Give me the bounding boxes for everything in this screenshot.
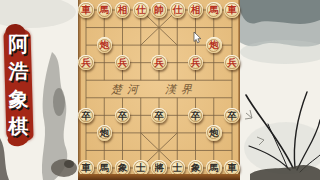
thumbnail-canvas: 阿 浩 象 棋 楚河 漢界 車馬相仕帥仕相馬車炮炮兵兵兵兵兵卒卒卒卒卒炮炮車馬象… xyxy=(0,0,320,180)
piece-character: 炮 xyxy=(209,128,219,138)
piece-character: 炮 xyxy=(209,41,219,51)
ink-mountain-ridge xyxy=(239,0,320,24)
piece-red-soldier[interactable]: 兵 xyxy=(151,55,167,71)
piece-character: 兵 xyxy=(118,58,128,67)
piece-character: 車 xyxy=(81,163,91,173)
piece-character: 仕 xyxy=(136,5,146,15)
piece-character: 象 xyxy=(118,163,128,173)
ink-ox-figure xyxy=(51,159,77,177)
pieces-layer: 車馬相仕帥仕相馬車炮炮兵兵兵兵兵卒卒卒卒卒炮炮車馬象士將士象馬車 xyxy=(78,0,240,180)
piece-red-advisor[interactable]: 仕 xyxy=(133,2,149,18)
piece-character: 馬 xyxy=(100,5,110,15)
piece-character: 相 xyxy=(118,5,128,15)
piece-character: 仕 xyxy=(173,5,183,15)
channel-banner: 阿 浩 象 棋 xyxy=(5,28,32,142)
piece-red-cannon[interactable]: 炮 xyxy=(97,37,113,53)
piece-black-soldier[interactable]: 卒 xyxy=(188,108,204,124)
piece-black-cannon[interactable]: 炮 xyxy=(97,125,113,141)
piece-black-cannon[interactable]: 炮 xyxy=(206,125,222,141)
piece-character: 卒 xyxy=(154,111,164,121)
piece-red-horse[interactable]: 馬 xyxy=(97,2,113,18)
piece-character: 兵 xyxy=(81,58,91,67)
ink-bottom-left-smudge xyxy=(0,138,9,180)
piece-character: 馬 xyxy=(209,163,219,173)
banner-char-2: 浩 xyxy=(9,61,29,81)
board-edge-bottom xyxy=(78,174,240,180)
piece-character: 將 xyxy=(154,163,164,173)
piece-black-soldier[interactable]: 卒 xyxy=(115,108,131,124)
piece-red-soldier[interactable]: 兵 xyxy=(78,55,94,71)
piece-black-soldier[interactable]: 卒 xyxy=(224,108,240,124)
banner-char-1: 阿 xyxy=(9,34,29,54)
piece-red-cannon[interactable]: 炮 xyxy=(206,37,222,53)
board-edge-left xyxy=(78,0,81,180)
xiangqi-board[interactable]: 楚河 漢界 車馬相仕帥仕相馬車炮炮兵兵兵兵兵卒卒卒卒卒炮炮車馬象士將士象馬車 xyxy=(78,0,240,180)
piece-character: 兵 xyxy=(227,58,237,67)
piece-character: 兵 xyxy=(154,58,164,67)
piece-red-advisor[interactable]: 仕 xyxy=(170,2,186,18)
banner-char-3: 象 xyxy=(9,89,29,109)
piece-character: 車 xyxy=(227,5,237,15)
piece-black-soldier[interactable]: 卒 xyxy=(151,108,167,124)
piece-character: 卒 xyxy=(227,111,237,121)
piece-character: 士 xyxy=(173,163,183,173)
piece-character: 車 xyxy=(81,5,91,15)
piece-character: 象 xyxy=(191,163,201,173)
banner-char-4: 棋 xyxy=(9,116,29,136)
piece-black-soldier[interactable]: 卒 xyxy=(78,108,94,124)
ink-ox-head xyxy=(64,160,74,168)
piece-red-general[interactable]: 帥 xyxy=(151,2,167,18)
piece-character: 炮 xyxy=(100,128,110,138)
channel-title: 阿 浩 象 棋 xyxy=(5,30,32,140)
piece-character: 卒 xyxy=(81,111,91,121)
piece-character: 馬 xyxy=(100,163,110,173)
piece-red-soldier[interactable]: 兵 xyxy=(224,55,240,71)
piece-character: 帥 xyxy=(154,5,164,15)
piece-character: 車 xyxy=(227,163,237,173)
piece-character: 兵 xyxy=(191,58,201,67)
piece-character: 相 xyxy=(191,5,201,15)
piece-red-chariot[interactable]: 車 xyxy=(78,2,94,18)
piece-red-soldier[interactable]: 兵 xyxy=(115,55,131,71)
ink-rock-shade xyxy=(53,88,65,116)
piece-character: 士 xyxy=(136,163,146,173)
piece-red-elephant[interactable]: 相 xyxy=(188,2,204,18)
piece-character: 炮 xyxy=(100,41,110,51)
piece-red-horse[interactable]: 馬 xyxy=(206,2,222,18)
mouse-cursor xyxy=(193,32,202,44)
piece-character: 馬 xyxy=(209,5,219,15)
piece-red-soldier[interactable]: 兵 xyxy=(188,55,204,71)
board-edge-right xyxy=(238,0,240,180)
piece-red-chariot[interactable]: 車 xyxy=(224,2,240,18)
piece-character: 卒 xyxy=(118,111,128,121)
piece-character: 卒 xyxy=(191,111,201,121)
piece-red-elephant[interactable]: 相 xyxy=(115,2,131,18)
